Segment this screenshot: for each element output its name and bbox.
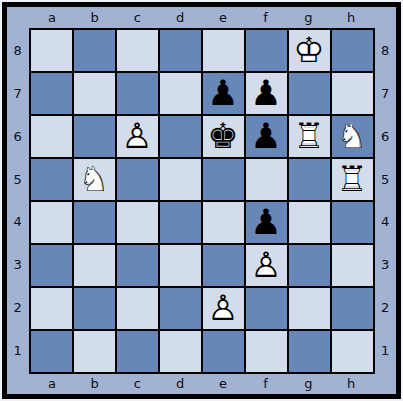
square-e7[interactable]: ♟ xyxy=(203,73,244,114)
square-e2[interactable]: ♟♙ xyxy=(203,288,244,329)
file-label: e xyxy=(202,7,245,28)
white-rook-icon: ♜♖ xyxy=(332,159,373,200)
rank-labels-left: 87654321 xyxy=(7,28,29,374)
square-g6[interactable]: ♜♖ xyxy=(289,116,330,157)
file-label: f xyxy=(244,7,287,28)
white-knight-icon: ♞♘ xyxy=(74,159,115,200)
square-b6[interactable] xyxy=(74,116,115,157)
square-d6[interactable] xyxy=(160,116,201,157)
white-pawn-icon: ♟♙ xyxy=(203,288,244,329)
file-label: d xyxy=(159,374,202,395)
white-king-icon: ♚♔ xyxy=(289,30,330,71)
white-pawn-icon: ♟♙ xyxy=(246,245,287,286)
square-g1[interactable] xyxy=(289,331,330,372)
file-labels-bottom: abcdefgh xyxy=(29,374,375,395)
square-b8[interactable] xyxy=(74,30,115,71)
file-label: c xyxy=(116,374,159,395)
file-label: b xyxy=(73,374,116,395)
rank-labels-right: 87654321 xyxy=(375,28,397,374)
square-c7[interactable] xyxy=(117,73,158,114)
white-rook-icon: ♜♖ xyxy=(289,116,330,157)
square-e8[interactable] xyxy=(203,30,244,71)
square-c3[interactable] xyxy=(117,245,158,286)
file-label: h xyxy=(330,374,373,395)
square-h8[interactable] xyxy=(332,30,373,71)
square-a4[interactable] xyxy=(31,202,72,243)
square-b5[interactable]: ♞♘ xyxy=(74,159,115,200)
square-a6[interactable] xyxy=(31,116,72,157)
square-c1[interactable] xyxy=(117,331,158,372)
square-f7[interactable]: ♟ xyxy=(246,73,287,114)
square-d2[interactable] xyxy=(160,288,201,329)
square-e3[interactable] xyxy=(203,245,244,286)
square-b7[interactable] xyxy=(74,73,115,114)
rank-label: 3 xyxy=(375,243,397,286)
square-a7[interactable] xyxy=(31,73,72,114)
square-d7[interactable] xyxy=(160,73,201,114)
square-h5[interactable]: ♜♖ xyxy=(332,159,373,200)
rank-label: 8 xyxy=(7,30,29,73)
file-label: b xyxy=(73,7,116,28)
file-label: g xyxy=(287,374,330,395)
square-c8[interactable] xyxy=(117,30,158,71)
square-g4[interactable] xyxy=(289,202,330,243)
square-d3[interactable] xyxy=(160,245,201,286)
square-d8[interactable] xyxy=(160,30,201,71)
rank-label: 6 xyxy=(7,115,29,158)
square-h6[interactable]: ♞♘ xyxy=(332,116,373,157)
square-f5[interactable] xyxy=(246,159,287,200)
square-c2[interactable] xyxy=(117,288,158,329)
margin-corner-bottom-right xyxy=(375,374,397,395)
square-a8[interactable] xyxy=(31,30,72,71)
square-b1[interactable] xyxy=(74,331,115,372)
rank-label: 4 xyxy=(7,201,29,244)
file-label: a xyxy=(31,374,74,395)
black-pawn-icon: ♟ xyxy=(246,116,287,157)
square-a1[interactable] xyxy=(31,331,72,372)
square-e6[interactable]: ♚ xyxy=(203,116,244,157)
chess-board[interactable]: ♚♔♟♟♟♙♚♟♜♖♞♘♞♘♜♖♟♟♙♟♙ xyxy=(29,28,375,374)
square-a3[interactable] xyxy=(31,245,72,286)
square-e1[interactable] xyxy=(203,331,244,372)
square-e5[interactable] xyxy=(203,159,244,200)
square-a2[interactable] xyxy=(31,288,72,329)
square-c6[interactable]: ♟♙ xyxy=(117,116,158,157)
rank-label: 2 xyxy=(375,286,397,329)
rank-label: 7 xyxy=(7,72,29,115)
rank-label: 1 xyxy=(7,329,29,372)
file-labels-top: abcdefgh xyxy=(29,7,375,28)
square-f1[interactable] xyxy=(246,331,287,372)
black-pawn-icon: ♟ xyxy=(246,73,287,114)
square-b2[interactable] xyxy=(74,288,115,329)
file-label: f xyxy=(244,374,287,395)
file-label: g xyxy=(287,7,330,28)
rank-label: 8 xyxy=(375,30,397,73)
margin-corner-top-right xyxy=(375,7,397,28)
rank-label: 7 xyxy=(375,72,397,115)
black-king-icon: ♚ xyxy=(203,116,244,157)
file-label: c xyxy=(116,7,159,28)
square-e4[interactable] xyxy=(203,202,244,243)
square-d4[interactable] xyxy=(160,202,201,243)
file-label: h xyxy=(330,7,373,28)
rank-label: 5 xyxy=(375,158,397,201)
chess-diagram-page: abcdefgh 87654321 ♚♔♟♟♟♙♚♟♜♖♞♘♞♘♜♖♟♟♙♟♙ … xyxy=(0,0,403,401)
file-label: e xyxy=(202,374,245,395)
rank-label: 3 xyxy=(7,243,29,286)
square-h7[interactable] xyxy=(332,73,373,114)
rank-label: 2 xyxy=(7,286,29,329)
square-g3[interactable] xyxy=(289,245,330,286)
square-g5[interactable] xyxy=(289,159,330,200)
square-f8[interactable] xyxy=(246,30,287,71)
rank-label: 1 xyxy=(375,329,397,372)
rank-label: 5 xyxy=(7,158,29,201)
file-label: a xyxy=(31,7,74,28)
square-d1[interactable] xyxy=(160,331,201,372)
square-d5[interactable] xyxy=(160,159,201,200)
square-h3[interactable] xyxy=(332,245,373,286)
board-frame: abcdefgh 87654321 ♚♔♟♟♟♙♚♟♜♖♞♘♞♘♜♖♟♟♙♟♙ … xyxy=(2,2,401,399)
square-f6[interactable]: ♟ xyxy=(246,116,287,157)
square-h2[interactable] xyxy=(332,288,373,329)
margin-corner-top-left xyxy=(7,7,29,28)
rank-label: 4 xyxy=(375,201,397,244)
square-g7[interactable] xyxy=(289,73,330,114)
black-pawn-icon: ♟ xyxy=(203,73,244,114)
square-f2[interactable] xyxy=(246,288,287,329)
white-pawn-icon: ♟♙ xyxy=(117,116,158,157)
square-a5[interactable] xyxy=(31,159,72,200)
square-f4[interactable]: ♟ xyxy=(246,202,287,243)
square-h1[interactable] xyxy=(332,331,373,372)
square-h4[interactable] xyxy=(332,202,373,243)
square-b4[interactable] xyxy=(74,202,115,243)
square-b3[interactable] xyxy=(74,245,115,286)
margin-corner-bottom-left xyxy=(7,374,29,395)
white-knight-icon: ♞♘ xyxy=(332,116,373,157)
black-pawn-icon: ♟ xyxy=(246,202,287,243)
rank-label: 6 xyxy=(375,115,397,158)
file-label: d xyxy=(159,7,202,28)
square-g8[interactable]: ♚♔ xyxy=(289,30,330,71)
square-g2[interactable] xyxy=(289,288,330,329)
square-f3[interactable]: ♟♙ xyxy=(246,245,287,286)
square-c5[interactable] xyxy=(117,159,158,200)
square-c4[interactable] xyxy=(117,202,158,243)
